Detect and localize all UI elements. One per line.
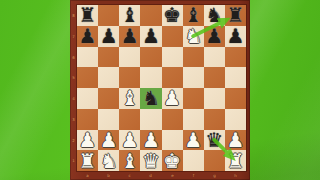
file-label-d: d (144, 173, 158, 179)
square-b1[interactable]: ♞ (98, 150, 119, 171)
piece-black-pawn-h7: ♟ (226, 26, 244, 46)
square-c5[interactable] (119, 67, 140, 88)
file-label-h: h (228, 173, 242, 179)
square-f3[interactable] (183, 109, 204, 130)
piece-white-queen-d1: ♛ (142, 150, 160, 170)
piece-white-rook-h1: ♜ (226, 150, 244, 170)
piece-black-queen-g2: ♛ (205, 129, 223, 149)
square-c2[interactable]: ♟ (119, 130, 140, 151)
square-b8[interactable] (98, 5, 119, 26)
square-d6[interactable] (140, 47, 161, 68)
piece-black-bishop-c8: ♝ (121, 5, 139, 25)
square-h5[interactable] (225, 67, 246, 88)
piece-white-pawn-a2: ♟ (79, 129, 97, 149)
piece-black-pawn-b7: ♟ (100, 26, 118, 46)
piece-black-pawn-g7: ♟ (205, 26, 223, 46)
square-b2[interactable]: ♟ (98, 130, 119, 151)
square-h1[interactable]: ♜ (225, 150, 246, 171)
file-label-g: g (207, 173, 221, 179)
square-f5[interactable] (183, 67, 204, 88)
file-label-f: f (186, 173, 200, 179)
square-g5[interactable] (204, 67, 225, 88)
square-b6[interactable] (98, 47, 119, 68)
square-g8[interactable]: ♞ (204, 5, 225, 26)
square-a8[interactable]: ♜ (77, 5, 98, 26)
piece-white-pawn-h2: ♟ (226, 129, 244, 149)
piece-black-pawn-c7: ♟ (121, 26, 139, 46)
square-f1[interactable] (183, 150, 204, 171)
square-a2[interactable]: ♟ (77, 130, 98, 151)
square-g1[interactable] (204, 150, 225, 171)
piece-white-knight-f7: ♞ (184, 26, 202, 46)
square-f8[interactable]: ♝ (183, 5, 204, 26)
piece-white-rook-a1: ♜ (79, 150, 97, 170)
rank-label-7: 7 (71, 29, 76, 43)
square-d8[interactable] (140, 5, 161, 26)
piece-white-pawn-c2: ♟ (121, 129, 139, 149)
rank-label-1: 1 (71, 154, 76, 168)
square-h6[interactable] (225, 47, 246, 68)
thumbnail-background: ♜♝♚♝♞♜♟♟♟♟♞♟♟♝♞♟♟♟♟♟♟♛♟♜♞♝♛♚♜ 87654321ab… (0, 0, 320, 180)
piece-white-pawn-d2: ♟ (142, 129, 160, 149)
square-d2[interactable]: ♟ (140, 130, 161, 151)
square-h2[interactable]: ♟ (225, 130, 246, 151)
file-label-e: e (165, 173, 179, 179)
square-e6[interactable] (162, 47, 183, 68)
square-e7[interactable] (162, 26, 183, 47)
square-e5[interactable] (162, 67, 183, 88)
square-a3[interactable] (77, 109, 98, 130)
square-h8[interactable]: ♜ (225, 5, 246, 26)
square-g7[interactable]: ♟ (204, 26, 225, 47)
file-label-b: b (102, 173, 116, 179)
square-c7[interactable]: ♟ (119, 26, 140, 47)
square-e3[interactable] (162, 109, 183, 130)
piece-black-rook-a8: ♜ (79, 5, 97, 25)
square-c4[interactable]: ♝ (119, 88, 140, 109)
square-c6[interactable] (119, 47, 140, 68)
rank-label-3: 3 (71, 112, 76, 126)
piece-black-rook-h8: ♜ (226, 5, 244, 25)
square-a6[interactable] (77, 47, 98, 68)
piece-white-pawn-b2: ♟ (100, 129, 118, 149)
piece-black-king-e8: ♚ (163, 5, 181, 25)
square-g2[interactable]: ♛ (204, 130, 225, 151)
file-label-a: a (81, 173, 95, 179)
square-g3[interactable] (204, 109, 225, 130)
piece-white-knight-b1: ♞ (100, 150, 118, 170)
square-h3[interactable] (225, 109, 246, 130)
piece-black-knight-d4: ♞ (142, 88, 160, 108)
rank-label-2: 2 (71, 133, 76, 147)
piece-white-pawn-e4: ♟ (163, 88, 181, 108)
square-e2[interactable] (162, 130, 183, 151)
chess-board: ♜♝♚♝♞♜♟♟♟♟♞♟♟♝♞♟♟♟♟♟♟♛♟♜♞♝♛♚♜ (77, 5, 246, 171)
piece-white-bishop-c4: ♝ (121, 88, 139, 108)
piece-black-bishop-f8: ♝ (184, 5, 202, 25)
square-a5[interactable] (77, 67, 98, 88)
square-e1[interactable]: ♚ (162, 150, 183, 171)
square-g4[interactable] (204, 88, 225, 109)
square-c1[interactable]: ♝ (119, 150, 140, 171)
square-e4[interactable]: ♟ (162, 88, 183, 109)
square-b7[interactable]: ♟ (98, 26, 119, 47)
square-d7[interactable]: ♟ (140, 26, 161, 47)
square-b3[interactable] (98, 109, 119, 130)
piece-black-pawn-d7: ♟ (142, 26, 160, 46)
square-h4[interactable] (225, 88, 246, 109)
square-f7[interactable]: ♞ (183, 26, 204, 47)
square-c8[interactable]: ♝ (119, 5, 140, 26)
square-h7[interactable]: ♟ (225, 26, 246, 47)
square-e8[interactable]: ♚ (162, 5, 183, 26)
square-f6[interactable] (183, 47, 204, 68)
rank-label-6: 6 (71, 50, 76, 64)
square-a7[interactable]: ♟ (77, 26, 98, 47)
square-a1[interactable]: ♜ (77, 150, 98, 171)
square-a4[interactable] (77, 88, 98, 109)
piece-white-pawn-f2: ♟ (184, 129, 202, 149)
rank-label-4: 4 (71, 92, 76, 106)
piece-black-pawn-a7: ♟ (79, 26, 97, 46)
square-d5[interactable] (140, 67, 161, 88)
square-c3[interactable] (119, 109, 140, 130)
piece-white-bishop-c1: ♝ (121, 150, 139, 170)
square-d1[interactable]: ♛ (140, 150, 161, 171)
rank-label-8: 8 (71, 9, 76, 23)
square-d4[interactable]: ♞ (140, 88, 161, 109)
rank-label-5: 5 (71, 71, 76, 85)
square-g6[interactable] (204, 47, 225, 68)
square-d3[interactable] (140, 109, 161, 130)
piece-black-knight-g8: ♞ (205, 5, 223, 25)
square-b5[interactable] (98, 67, 119, 88)
chess-board-frame: ♜♝♚♝♞♜♟♟♟♟♞♟♟♝♞♟♟♟♟♟♟♛♟♜♞♝♛♚♜ 87654321ab… (70, 0, 250, 180)
file-label-c: c (123, 173, 137, 179)
square-f4[interactable] (183, 88, 204, 109)
square-b4[interactable] (98, 88, 119, 109)
square-f2[interactable]: ♟ (183, 130, 204, 151)
piece-white-king-e1: ♚ (163, 150, 181, 170)
